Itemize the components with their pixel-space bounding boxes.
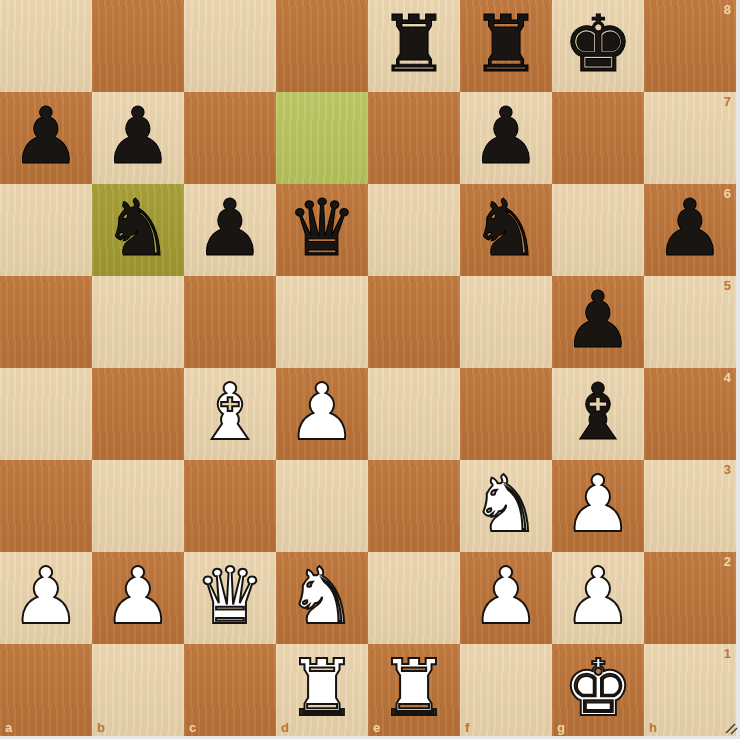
- square-e3[interactable]: [368, 460, 460, 552]
- square-a4[interactable]: [0, 368, 92, 460]
- square-d1[interactable]: d♜: [276, 644, 368, 736]
- rank-label-4: 4: [724, 371, 731, 384]
- piece-white-queen[interactable]: ♛: [195, 557, 265, 635]
- square-f1[interactable]: f: [460, 644, 552, 736]
- square-e4[interactable]: [368, 368, 460, 460]
- square-d4[interactable]: ♟: [276, 368, 368, 460]
- piece-black-rook[interactable]: ♜: [379, 5, 449, 83]
- piece-black-pawn[interactable]: ♟: [11, 97, 81, 175]
- file-label-c: c: [189, 721, 196, 734]
- square-a5[interactable]: [0, 276, 92, 368]
- square-c5[interactable]: [184, 276, 276, 368]
- square-c4[interactable]: ♝: [184, 368, 276, 460]
- piece-black-rook[interactable]: ♜: [471, 5, 541, 83]
- square-c6[interactable]: ♟: [184, 184, 276, 276]
- square-b5[interactable]: [92, 276, 184, 368]
- square-g5[interactable]: ♟: [552, 276, 644, 368]
- piece-white-rook[interactable]: ♜: [379, 649, 449, 727]
- square-d8[interactable]: [276, 0, 368, 92]
- square-g2[interactable]: ♟: [552, 552, 644, 644]
- square-a2[interactable]: ♟: [0, 552, 92, 644]
- square-e7[interactable]: [368, 92, 460, 184]
- piece-black-pawn[interactable]: ♟: [655, 189, 725, 267]
- square-f5[interactable]: [460, 276, 552, 368]
- square-f7[interactable]: ♟: [460, 92, 552, 184]
- rank-label-1: 1: [724, 647, 731, 660]
- square-c3[interactable]: [184, 460, 276, 552]
- file-label-f: f: [465, 721, 469, 734]
- square-f8[interactable]: ♜: [460, 0, 552, 92]
- square-f4[interactable]: [460, 368, 552, 460]
- chess-board[interactable]: ♜♜♚8♟♟♟7♞♟♛♞6♟♟5♝♟♝4♞♟3♟♟♛♞♟♟2abcd♜e♜fg♚…: [0, 0, 736, 736]
- rank-label-3: 3: [724, 463, 731, 476]
- square-f3[interactable]: ♞: [460, 460, 552, 552]
- square-g3[interactable]: ♟: [552, 460, 644, 552]
- square-b2[interactable]: ♟: [92, 552, 184, 644]
- piece-black-pawn[interactable]: ♟: [103, 97, 173, 175]
- square-h5[interactable]: 5: [644, 276, 736, 368]
- square-g8[interactable]: ♚: [552, 0, 644, 92]
- square-g6[interactable]: [552, 184, 644, 276]
- rank-label-7: 7: [724, 95, 731, 108]
- piece-white-king[interactable]: ♚: [563, 649, 633, 727]
- square-h7[interactable]: 7: [644, 92, 736, 184]
- piece-white-knight[interactable]: ♞: [287, 557, 357, 635]
- square-d3[interactable]: [276, 460, 368, 552]
- piece-white-pawn[interactable]: ♟: [471, 557, 541, 635]
- piece-white-pawn[interactable]: ♟: [103, 557, 173, 635]
- square-f2[interactable]: ♟: [460, 552, 552, 644]
- file-label-e: e: [373, 721, 380, 734]
- piece-white-pawn[interactable]: ♟: [287, 373, 357, 451]
- square-b1[interactable]: b: [92, 644, 184, 736]
- square-h6[interactable]: 6♟: [644, 184, 736, 276]
- square-e8[interactable]: ♜: [368, 0, 460, 92]
- square-h3[interactable]: 3: [644, 460, 736, 552]
- square-b7[interactable]: ♟: [92, 92, 184, 184]
- piece-black-bishop[interactable]: ♝: [563, 373, 633, 451]
- square-a1[interactable]: a: [0, 644, 92, 736]
- piece-white-bishop[interactable]: ♝: [195, 373, 265, 451]
- square-c2[interactable]: ♛: [184, 552, 276, 644]
- square-h4[interactable]: 4: [644, 368, 736, 460]
- square-e2[interactable]: [368, 552, 460, 644]
- square-b6[interactable]: ♞: [92, 184, 184, 276]
- square-d6[interactable]: ♛: [276, 184, 368, 276]
- square-d7[interactable]: [276, 92, 368, 184]
- piece-black-pawn[interactable]: ♟: [471, 97, 541, 175]
- file-label-g: g: [557, 721, 565, 734]
- rank-label-6: 6: [724, 187, 731, 200]
- rank-label-8: 8: [724, 3, 731, 16]
- piece-black-queen[interactable]: ♛: [287, 189, 357, 267]
- square-b4[interactable]: [92, 368, 184, 460]
- square-e6[interactable]: [368, 184, 460, 276]
- rank-label-5: 5: [724, 279, 731, 292]
- file-label-a: a: [5, 721, 12, 734]
- square-c1[interactable]: c: [184, 644, 276, 736]
- square-b3[interactable]: [92, 460, 184, 552]
- chess-app-window: ♜♜♚8♟♟♟7♞♟♛♞6♟♟5♝♟♝4♞♟3♟♟♛♞♟♟2abcd♜e♜fg♚…: [0, 0, 740, 739]
- square-h8[interactable]: 8: [644, 0, 736, 92]
- square-c8[interactable]: [184, 0, 276, 92]
- square-d2[interactable]: ♞: [276, 552, 368, 644]
- file-label-d: d: [281, 721, 289, 734]
- square-e1[interactable]: e♜: [368, 644, 460, 736]
- square-h2[interactable]: 2: [644, 552, 736, 644]
- piece-black-knight[interactable]: ♞: [471, 189, 541, 267]
- file-label-b: b: [97, 721, 105, 734]
- resize-handle-icon[interactable]: [725, 723, 738, 735]
- piece-black-king[interactable]: ♚: [563, 5, 633, 83]
- square-a7[interactable]: ♟: [0, 92, 92, 184]
- square-a6[interactable]: [0, 184, 92, 276]
- square-a3[interactable]: [0, 460, 92, 552]
- square-c7[interactable]: [184, 92, 276, 184]
- square-f6[interactable]: ♞: [460, 184, 552, 276]
- square-e5[interactable]: [368, 276, 460, 368]
- piece-black-pawn[interactable]: ♟: [195, 189, 265, 267]
- square-a8[interactable]: [0, 0, 92, 92]
- square-g1[interactable]: g♚: [552, 644, 644, 736]
- piece-white-pawn[interactable]: ♟: [11, 557, 81, 635]
- piece-white-pawn[interactable]: ♟: [563, 465, 633, 543]
- piece-white-knight[interactable]: ♞: [471, 465, 541, 543]
- square-h1[interactable]: 1h: [644, 644, 736, 736]
- square-b8[interactable]: [92, 0, 184, 92]
- file-label-h: h: [649, 721, 657, 734]
- square-g7[interactable]: [552, 92, 644, 184]
- piece-black-knight[interactable]: ♞: [103, 189, 173, 267]
- rank-label-2: 2: [724, 555, 731, 568]
- piece-black-pawn[interactable]: ♟: [563, 281, 633, 359]
- piece-white-rook[interactable]: ♜: [287, 649, 357, 727]
- square-g4[interactable]: ♝: [552, 368, 644, 460]
- square-d5[interactable]: [276, 276, 368, 368]
- piece-white-pawn[interactable]: ♟: [563, 557, 633, 635]
